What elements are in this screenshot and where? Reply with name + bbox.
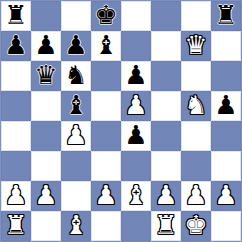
white-pawn-c4: ♟ (64, 122, 87, 148)
white-pawn-a2: ♟ (4, 182, 27, 208)
square-e6[interactable]: ♟ (121, 61, 151, 91)
square-h1[interactable] (211, 211, 241, 241)
square-e1[interactable] (121, 211, 151, 241)
white-pawn-g2: ♟ (184, 182, 207, 208)
white-rook-a1: ♜ (4, 212, 27, 238)
square-c1[interactable]: ♝ (61, 211, 91, 241)
square-h6[interactable] (211, 61, 241, 91)
square-e2[interactable]: ♝ (121, 181, 151, 211)
black-knight-c6: ♞ (64, 62, 87, 88)
square-g1[interactable]: ♚ (181, 211, 211, 241)
square-h7[interactable] (211, 31, 241, 61)
black-pawn-b7: ♟ (34, 32, 57, 58)
square-f2[interactable]: ♟ (151, 181, 181, 211)
black-queen-b6: ♛ (34, 62, 57, 88)
square-b1[interactable] (31, 211, 61, 241)
square-a6[interactable] (1, 61, 31, 91)
white-bishop-e2: ♝ (124, 182, 147, 208)
square-a8[interactable]: ♜ (1, 1, 31, 31)
square-g5[interactable]: ♞ (181, 91, 211, 121)
square-e4[interactable]: ♟ (121, 121, 151, 151)
square-a4[interactable] (1, 121, 31, 151)
square-g7[interactable]: ♛ (181, 31, 211, 61)
black-pawn-a7: ♟ (4, 32, 27, 58)
white-pawn-f2: ♟ (154, 182, 177, 208)
square-c7[interactable]: ♟ (61, 31, 91, 61)
square-h5[interactable]: ♟ (211, 91, 241, 121)
square-c3[interactable] (61, 151, 91, 181)
square-a7[interactable]: ♟ (1, 31, 31, 61)
square-e7[interactable] (121, 31, 151, 61)
white-pawn-h2: ♟ (214, 182, 237, 208)
square-c5[interactable]: ♝ (61, 91, 91, 121)
square-c2[interactable] (61, 181, 91, 211)
black-pawn-c7: ♟ (64, 32, 87, 58)
square-g2[interactable]: ♟ (181, 181, 211, 211)
square-d7[interactable]: ♝ (91, 31, 121, 61)
square-g8[interactable] (181, 1, 211, 31)
white-bishop-c1: ♝ (64, 212, 87, 238)
square-c8[interactable] (61, 1, 91, 31)
white-pawn-b2: ♟ (34, 182, 57, 208)
square-h8[interactable]: ♜ (211, 1, 241, 31)
square-e3[interactable] (121, 151, 151, 181)
square-b8[interactable] (31, 1, 61, 31)
square-b3[interactable] (31, 151, 61, 181)
square-d2[interactable]: ♟ (91, 181, 121, 211)
square-f5[interactable] (151, 91, 181, 121)
square-d3[interactable] (91, 151, 121, 181)
square-a3[interactable] (1, 151, 31, 181)
square-d4[interactable] (91, 121, 121, 151)
square-d1[interactable] (91, 211, 121, 241)
square-b4[interactable] (31, 121, 61, 151)
square-g6[interactable] (181, 61, 211, 91)
white-rook-f1: ♜ (154, 212, 177, 238)
square-c4[interactable]: ♟ (61, 121, 91, 151)
square-a2[interactable]: ♟ (1, 181, 31, 211)
square-b7[interactable]: ♟ (31, 31, 61, 61)
square-f8[interactable] (151, 1, 181, 31)
square-e5[interactable]: ♟ (121, 91, 151, 121)
square-c6[interactable]: ♞ (61, 61, 91, 91)
square-h3[interactable] (211, 151, 241, 181)
square-d6[interactable] (91, 61, 121, 91)
square-d8[interactable]: ♚ (91, 1, 121, 31)
square-f1[interactable]: ♜ (151, 211, 181, 241)
black-pawn-e6: ♟ (124, 62, 147, 88)
black-king-d8: ♚ (94, 2, 117, 28)
black-pawn-h5: ♟ (214, 92, 237, 118)
white-pawn-e5: ♟ (124, 92, 147, 118)
white-queen-g7: ♛ (184, 32, 207, 58)
white-king-g1: ♚ (184, 212, 207, 238)
white-knight-g5: ♞ (184, 92, 207, 118)
square-b5[interactable] (31, 91, 61, 121)
square-g3[interactable] (181, 151, 211, 181)
square-a5[interactable] (1, 91, 31, 121)
square-b2[interactable]: ♟ (31, 181, 61, 211)
black-rook-a8: ♜ (4, 2, 27, 28)
square-b6[interactable]: ♛ (31, 61, 61, 91)
square-h4[interactable] (211, 121, 241, 151)
square-f6[interactable] (151, 61, 181, 91)
square-f4[interactable] (151, 121, 181, 151)
square-f3[interactable] (151, 151, 181, 181)
square-h2[interactable]: ♟ (211, 181, 241, 211)
black-pawn-e4: ♟ (124, 122, 147, 148)
chess-board: ♜♚♜♟♟♟♝♛♛♞♟♝♟♞♟♟♟♟♟♟♝♟♟♟♜♝♜♚ (0, 0, 242, 242)
square-g4[interactable] (181, 121, 211, 151)
white-pawn-d2: ♟ (94, 182, 117, 208)
square-a1[interactable]: ♜ (1, 211, 31, 241)
black-rook-h8: ♜ (214, 2, 237, 28)
black-bishop-d7: ♝ (94, 32, 117, 58)
black-bishop-c5: ♝ (64, 92, 87, 118)
square-f7[interactable] (151, 31, 181, 61)
square-d5[interactable] (91, 91, 121, 121)
square-e8[interactable] (121, 1, 151, 31)
